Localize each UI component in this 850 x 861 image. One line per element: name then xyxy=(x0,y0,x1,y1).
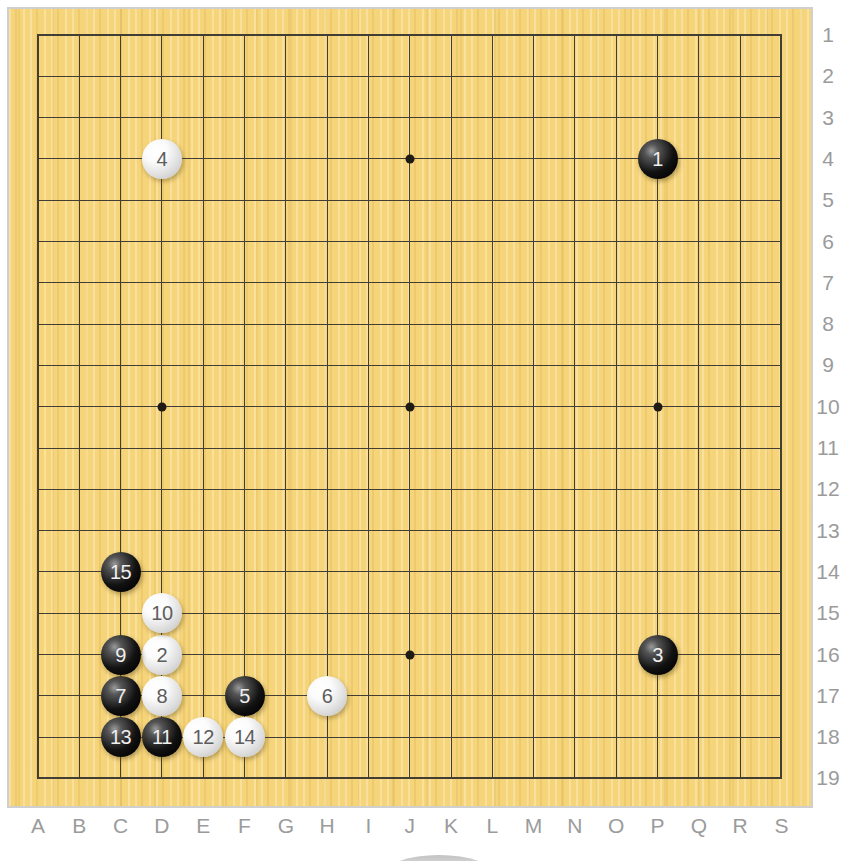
col-label-I: I xyxy=(348,814,388,838)
move-number: 4 xyxy=(157,149,168,169)
row-label-14: 14 xyxy=(812,559,844,585)
row-label-1: 1 xyxy=(812,22,844,48)
grid-line-horizontal xyxy=(37,530,782,531)
col-label-B: B xyxy=(59,814,99,838)
col-label-K: K xyxy=(431,814,471,838)
row-label-2: 2 xyxy=(812,63,844,89)
grid-line-vertical xyxy=(740,34,741,779)
move-number: 6 xyxy=(322,686,333,706)
stone-white-8: 8 xyxy=(142,676,182,716)
row-label-5: 5 xyxy=(812,187,844,213)
move-number: 1 xyxy=(652,149,663,169)
bottom-edge-partial-circle xyxy=(384,855,494,861)
move-number: 10 xyxy=(151,603,172,623)
star-point xyxy=(405,650,414,659)
star-point xyxy=(405,402,414,411)
row-label-9: 9 xyxy=(812,352,844,378)
move-number: 8 xyxy=(157,686,168,706)
star-point xyxy=(405,154,414,163)
stone-white-4: 4 xyxy=(142,139,182,179)
move-number: 9 xyxy=(115,645,126,665)
row-label-8: 8 xyxy=(812,311,844,337)
stone-white-12: 12 xyxy=(183,717,223,757)
stone-black-13: 13 xyxy=(101,717,141,757)
stone-black-11: 11 xyxy=(142,717,182,757)
row-label-4: 4 xyxy=(812,146,844,172)
grid-line-vertical xyxy=(533,34,534,779)
col-label-R: R xyxy=(720,814,760,838)
star-point xyxy=(653,402,662,411)
grid-line-vertical xyxy=(780,34,782,779)
col-label-Q: Q xyxy=(679,814,719,838)
row-label-16: 16 xyxy=(812,642,844,668)
stone-black-9: 9 xyxy=(101,635,141,675)
stone-white-10: 10 xyxy=(142,593,182,633)
grid-line-horizontal xyxy=(37,448,782,449)
row-label-3: 3 xyxy=(812,105,844,131)
col-label-M: M xyxy=(514,814,554,838)
col-label-A: A xyxy=(18,814,58,838)
stone-black-3: 3 xyxy=(638,635,678,675)
row-label-6: 6 xyxy=(812,229,844,255)
page: 123456789101112131415 ABCDEFGHIJKLMNOPQR… xyxy=(0,0,850,861)
col-label-G: G xyxy=(266,814,306,838)
move-number: 2 xyxy=(157,645,168,665)
move-number: 5 xyxy=(239,686,250,706)
move-number: 13 xyxy=(110,727,131,747)
star-point xyxy=(157,402,166,411)
move-number: 7 xyxy=(115,686,126,706)
move-number: 14 xyxy=(234,727,255,747)
row-label-17: 17 xyxy=(812,683,844,709)
stone-black-5: 5 xyxy=(225,676,265,716)
col-label-S: S xyxy=(761,814,801,838)
row-label-12: 12 xyxy=(812,476,844,502)
col-label-N: N xyxy=(555,814,595,838)
col-label-L: L xyxy=(472,814,512,838)
col-label-D: D xyxy=(142,814,182,838)
col-label-C: C xyxy=(101,814,141,838)
col-label-H: H xyxy=(307,814,347,838)
grid-line-horizontal xyxy=(37,777,782,779)
stone-black-7: 7 xyxy=(101,676,141,716)
stone-black-1: 1 xyxy=(638,139,678,179)
move-number: 11 xyxy=(152,727,172,747)
move-number: 12 xyxy=(193,727,214,747)
grid-line-horizontal xyxy=(37,571,782,572)
row-label-11: 11 xyxy=(812,435,844,461)
col-label-J: J xyxy=(390,814,430,838)
move-number: 15 xyxy=(110,562,131,582)
row-label-13: 13 xyxy=(812,518,844,544)
row-label-18: 18 xyxy=(812,724,844,750)
grid-line-vertical xyxy=(698,34,699,779)
row-label-7: 7 xyxy=(812,270,844,296)
grid-line-vertical xyxy=(616,34,617,779)
stone-white-6: 6 xyxy=(307,676,347,716)
col-label-P: P xyxy=(638,814,678,838)
stone-white-2: 2 xyxy=(142,635,182,675)
stone-white-14: 14 xyxy=(225,717,265,757)
col-label-O: O xyxy=(596,814,636,838)
row-label-15: 15 xyxy=(812,600,844,626)
grid-line-vertical xyxy=(451,34,452,779)
col-label-E: E xyxy=(183,814,223,838)
stone-black-15: 15 xyxy=(101,552,141,592)
grid-line-vertical xyxy=(492,34,493,779)
col-label-F: F xyxy=(225,814,265,838)
grid-line-horizontal xyxy=(37,489,782,490)
row-label-10: 10 xyxy=(812,394,844,420)
row-label-19: 19 xyxy=(812,765,844,791)
grid-line-vertical xyxy=(574,34,575,779)
move-number: 3 xyxy=(652,645,663,665)
